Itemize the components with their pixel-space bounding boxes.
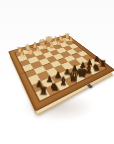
black-rook: ♜ [38, 86, 50, 97]
black-knight: ♞ [48, 81, 59, 92]
chess-set-scene: ♜♞♝♛♚♝♞♜♟♟♟♟♟♟♟♟♟♟♟♟♟♟♟♟♜♞♝♛♚♝♞♜ [23, 26, 91, 94]
photo-background: ♜♞♝♛♚♝♞♜♟♟♟♟♟♟♟♟♟♟♟♟♟♟♟♟♜♞♝♛♚♝♞♜ [0, 0, 114, 144]
